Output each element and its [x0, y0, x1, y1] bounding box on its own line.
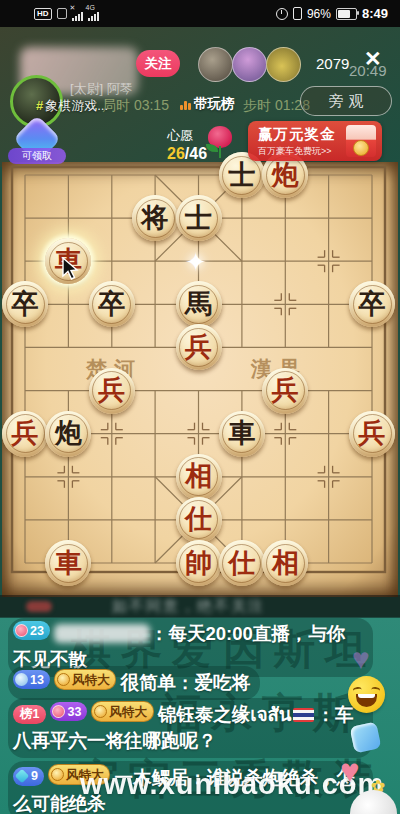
xiangqi-piece-red-相[interactable]: 相 — [176, 454, 222, 500]
xiangqi-piece-black-卒[interactable]: 卒 — [2, 281, 48, 327]
chat-username[interactable]: 锦钰泰之缘เจสัน — [158, 704, 292, 725]
piece-glyph: 相 — [185, 463, 212, 490]
game-time: 局时 03:15 — [102, 97, 169, 115]
user-level-badge: 13 — [13, 670, 50, 689]
promo-subtitle: 百万豪车免费玩>> — [258, 145, 332, 158]
piece-glyph: 兵 — [98, 377, 125, 404]
viewer-avatar-3[interactable] — [266, 47, 301, 82]
wish-progress[interactable]: 心愿 26/46 — [167, 127, 207, 163]
play-rank-button[interactable]: 带玩榜 — [180, 95, 235, 113]
xiangqi-piece-black-車[interactable]: 車 — [219, 411, 265, 457]
laughing-emoji-icon — [348, 676, 385, 713]
xiangqi-piece-black-卒[interactable]: 卒 — [349, 281, 395, 327]
mouse-cursor — [62, 257, 84, 281]
diamond-icon — [15, 769, 29, 783]
fan-club-badge: 风特大 — [54, 669, 117, 690]
xiangqi-piece-red-相[interactable]: 相 — [262, 540, 308, 586]
promo-title: 赢万元奖金 — [258, 125, 336, 144]
spectate-button[interactable]: 旁观 — [300, 86, 392, 116]
medal-icon — [94, 705, 107, 718]
site-watermark: www.xunibaoku.com — [80, 768, 384, 801]
piece-glyph: 仕 — [185, 506, 212, 533]
streamer-title-badge: [太尉] 阿琴 — [70, 80, 133, 98]
medal-icon — [51, 768, 64, 781]
medal-icon — [57, 673, 70, 686]
xiangqi-piece-black-馬[interactable]: 馬 — [176, 281, 222, 327]
piece-glyph: 車 — [228, 420, 255, 447]
chat-message[interactable]: 榜133风特大锦钰泰之缘เจสัน：车八再平六一将往哪跑呢？ — [8, 698, 373, 758]
status-time: 8:49 — [362, 6, 388, 21]
pink-heart-icon: ♥ — [340, 752, 360, 790]
chat-message[interactable]: 13风特大很简单：爱吃将 — [8, 666, 260, 700]
notice-bar: 如不同意，绝不关注 — [0, 595, 400, 618]
user-level-badge: 9 — [13, 767, 44, 786]
xiangqi-piece-black-士[interactable]: 士 — [176, 195, 222, 241]
xiangqi-piece-red-兵[interactable]: 兵 — [2, 411, 48, 457]
piece-glyph: 兵 — [359, 420, 386, 447]
piece-glyph: 炮 — [55, 420, 82, 447]
claim-badge[interactable]: 可领取 — [8, 148, 66, 164]
xiangqi-piece-red-仕[interactable]: 仕 — [176, 497, 222, 543]
xiangqi-piece-red-仕[interactable]: 仕 — [219, 540, 265, 586]
vibrate-icon — [293, 7, 302, 20]
hd-icon: HD — [34, 8, 52, 20]
piece-glyph: 相 — [272, 550, 299, 577]
notice-badge — [26, 601, 52, 612]
xiangqi-piece-red-帥[interactable]: 帥 — [176, 540, 222, 586]
signal1-icon: ✕ — [72, 6, 83, 21]
piece-glyph: 馬 — [185, 291, 212, 318]
user-level-badge: 23 — [13, 621, 50, 640]
xiangqi-piece-red-兵[interactable]: 兵 — [176, 324, 222, 370]
piece-glyph: 兵 — [185, 334, 212, 361]
move-sparkle-effect: ✦ — [185, 247, 207, 278]
viewer-count[interactable]: 2079 — [316, 55, 349, 72]
piece-glyph: 卒 — [12, 291, 39, 318]
game-tag[interactable]: #象棋游戏... — [36, 97, 108, 115]
purple-heart-icon: ♥ — [352, 642, 370, 676]
blurred-username — [54, 624, 150, 643]
xiangqi-piece-black-炮[interactable]: 炮 — [45, 411, 91, 457]
red-packet-icon — [346, 125, 376, 157]
piece-glyph: 士 — [228, 162, 255, 189]
status-bar: HD ✕ 4G 96% 8:49 — [0, 0, 400, 27]
circle-pink-icon — [15, 624, 28, 637]
close-icon[interactable]: ✕ — [364, 47, 382, 71]
xiangqi-piece-red-兵[interactable]: 兵 — [262, 368, 308, 414]
xiangqi-piece-black-卒[interactable]: 卒 — [89, 281, 135, 327]
eye-protect-icon — [57, 8, 67, 19]
viewer-avatar-2[interactable] — [232, 47, 267, 82]
chat-text: ：爱吃将 — [176, 672, 250, 693]
bar-chart-icon — [180, 101, 191, 113]
xiangqi-piece-red-兵[interactable]: 兵 — [349, 411, 395, 457]
alarm-icon — [276, 8, 288, 20]
xiangqi-piece-red-兵[interactable]: 兵 — [89, 368, 135, 414]
circle-light-icon — [15, 673, 28, 686]
notice-blurred-text: 如不同意，绝不关注 — [112, 597, 265, 616]
viewer-avatar-1[interactable] — [198, 47, 233, 82]
piece-glyph: 士 — [185, 205, 212, 232]
battery-icon — [336, 8, 357, 20]
signal2-4g-icon: 4G — [88, 6, 99, 21]
piece-glyph: 兵 — [272, 377, 299, 404]
user-level-badge: 33 — [50, 702, 87, 721]
live-stream-screen: HD ✕ 4G 96% 8:49 [太尉] 阿琴 关注 2079 ✕ 20:49… — [0, 0, 400, 814]
piece-glyph: 仕 — [228, 550, 255, 577]
rank-badge: 榜1 — [13, 705, 46, 724]
circle-pink-icon — [52, 705, 65, 718]
chat-username[interactable]: 很简单 — [120, 672, 176, 693]
piece-glyph: 車 — [55, 550, 82, 577]
piece-glyph: 卒 — [98, 291, 125, 318]
hash-icon: # — [36, 98, 43, 113]
piece-glyph: 将 — [142, 205, 169, 232]
follow-button[interactable]: 关注 — [136, 50, 180, 77]
piece-glyph: 卒 — [359, 291, 386, 318]
promo-banner[interactable]: 赢万元奖金 百万豪车免费玩>> — [248, 121, 382, 161]
piece-glyph: 帥 — [185, 550, 212, 577]
battery-percent: 96% — [307, 7, 331, 21]
piece-glyph: 炮 — [272, 162, 299, 189]
piece-glyph: 兵 — [12, 420, 39, 447]
rose-icon — [205, 126, 235, 158]
xiangqi-piece-black-将[interactable]: 将 — [132, 195, 178, 241]
fan-club-badge: 风特大 — [91, 701, 154, 722]
thai-flag-icon — [293, 708, 314, 722]
